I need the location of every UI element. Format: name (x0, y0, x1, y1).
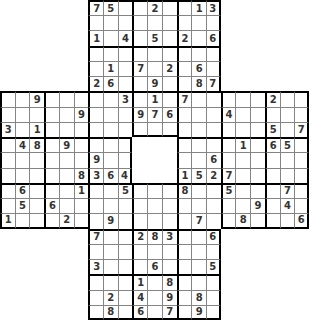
given-digit-r13c2[interactable]: 6 (15, 183, 30, 198)
given-digit-r16c7[interactable]: 7 (88, 229, 103, 244)
given-digit-r19c12[interactable]: 8 (162, 274, 177, 289)
cell-r10c13[interactable] (177, 137, 192, 152)
given-digit-r13c6[interactable]: 1 (74, 183, 89, 198)
cell-r11c6[interactable] (74, 152, 89, 167)
cell-r7c7[interactable] (88, 91, 103, 106)
cell-r7c5[interactable] (59, 91, 74, 106)
given-digit-r7c11[interactable]: 1 (147, 91, 162, 106)
cell-r8c21[interactable] (294, 107, 309, 122)
cell-r21c9[interactable] (118, 305, 133, 320)
cell-r13c12[interactable] (162, 183, 177, 198)
cell-r14c1[interactable] (0, 198, 15, 213)
given-digit-r18c7[interactable]: 3 (88, 259, 103, 274)
cell-r12c1[interactable] (0, 168, 15, 183)
cell-r12c20[interactable] (280, 168, 295, 183)
cell-r17c10[interactable] (132, 244, 147, 259)
cell-r9c15[interactable] (206, 122, 221, 137)
cell-r13c1[interactable] (0, 183, 15, 198)
cell-r2c17 (235, 15, 250, 30)
given-digit-r1c14[interactable]: 1 (191, 0, 206, 15)
given-digit-r11c15[interactable]: 6 (206, 152, 221, 167)
cell-r12c4[interactable] (44, 168, 59, 183)
cell-r15c12[interactable] (162, 213, 177, 228)
cell-r18c9[interactable] (118, 259, 133, 274)
cell-r7c2[interactable] (15, 91, 30, 106)
cell-r9c5[interactable] (59, 122, 74, 137)
cell-r17c7[interactable] (88, 244, 103, 259)
cell-r14c13[interactable] (177, 198, 192, 213)
cell-r13c8[interactable] (103, 183, 118, 198)
cell-r21c19 (265, 305, 280, 320)
cell-r11c18[interactable] (250, 152, 265, 167)
cell-r17c8[interactable] (103, 244, 118, 259)
cell-r20c4 (44, 290, 59, 305)
cell-r20c9[interactable] (118, 290, 133, 305)
cell-r14c10[interactable] (132, 198, 147, 213)
cell-r18c8[interactable] (103, 259, 118, 274)
cell-r9c11[interactable] (147, 122, 162, 137)
given-digit-r13c9[interactable]: 5 (118, 183, 133, 198)
given-digit-r5c14[interactable]: 6 (191, 61, 206, 76)
cell-r16c9[interactable] (118, 229, 133, 244)
cell-r14c6[interactable] (74, 198, 89, 213)
cell-r7c8[interactable] (103, 91, 118, 106)
cell-r7c20[interactable] (280, 91, 295, 106)
given-digit-r21c8[interactable]: 8 (103, 305, 118, 320)
cell-r11c20[interactable] (280, 152, 295, 167)
cell-r21c11[interactable] (147, 305, 162, 320)
given-digit-r9c1[interactable]: 3 (0, 122, 15, 137)
cell-r17c13[interactable] (177, 244, 192, 259)
cell-r12c21[interactable] (294, 168, 309, 183)
cell-r14c16[interactable] (221, 198, 236, 213)
given-digit-r20c8[interactable]: 2 (103, 290, 118, 305)
cell-r9c10[interactable] (132, 122, 147, 137)
cell-r6c10[interactable] (132, 76, 147, 91)
cell-r15c15[interactable] (206, 213, 221, 228)
cell-r13c11[interactable] (147, 183, 162, 198)
cell-r15c6[interactable] (74, 213, 89, 228)
cell-r19c15[interactable] (206, 274, 221, 289)
cell-r11c5[interactable] (59, 152, 74, 167)
cell-r7c17[interactable] (235, 91, 250, 106)
given-digit-r13c16[interactable]: 5 (221, 183, 236, 198)
cell-r19c13[interactable] (177, 274, 192, 289)
cell-r9c6[interactable] (74, 122, 89, 137)
given-digit-r6c8[interactable]: 6 (103, 76, 118, 91)
cell-r10c14[interactable] (191, 137, 206, 152)
cell-r8c4[interactable] (44, 107, 59, 122)
given-digit-r8c12[interactable]: 6 (162, 107, 177, 122)
cell-r9c2[interactable] (15, 122, 30, 137)
given-digit-r10c19[interactable]: 6 (265, 137, 280, 152)
given-digit-r15c14[interactable]: 7 (191, 213, 206, 228)
cell-r16c8[interactable] (103, 229, 118, 244)
given-digit-r12c6[interactable]: 8 (74, 168, 89, 183)
cell-r11c14[interactable] (191, 152, 206, 167)
cell-r3c12[interactable] (162, 30, 177, 45)
cell-r18c13[interactable] (177, 259, 192, 274)
given-digit-r1c7[interactable]: 7 (88, 0, 103, 15)
cell-r13c3[interactable] (29, 183, 44, 198)
given-digit-r15c21[interactable]: 6 (294, 213, 309, 228)
cell-r15c4[interactable] (44, 213, 59, 228)
given-digit-r12c14[interactable]: 5 (191, 168, 206, 183)
cell-r12c19[interactable] (265, 168, 280, 183)
cell-r7c1[interactable] (0, 91, 15, 106)
cell-r10c18[interactable] (250, 137, 265, 152)
cell-r8c13[interactable] (177, 107, 192, 122)
given-digit-r15c1[interactable]: 1 (0, 213, 15, 228)
cell-r2c9[interactable] (118, 15, 133, 30)
cell-r12c3[interactable] (29, 168, 44, 183)
given-digit-r5c10[interactable]: 7 (132, 61, 147, 76)
cell-r8c17[interactable] (235, 107, 250, 122)
cell-r20c15[interactable] (206, 290, 221, 305)
given-digit-r21c12[interactable]: 7 (162, 305, 177, 320)
cell-r11c19[interactable] (265, 152, 280, 167)
cell-r14c21[interactable] (294, 198, 309, 213)
given-digit-r6c7[interactable]: 2 (88, 76, 103, 91)
cell-r15c20[interactable] (280, 213, 295, 228)
cell-r14c3[interactable] (29, 198, 44, 213)
given-digit-r8c10[interactable]: 9 (132, 107, 147, 122)
cell-r15c2[interactable] (15, 213, 30, 228)
cell-r9c7[interactable] (88, 122, 103, 137)
cell-r7c6[interactable] (74, 91, 89, 106)
given-digit-r5c12[interactable]: 2 (162, 61, 177, 76)
cell-r7c14[interactable] (191, 91, 206, 106)
given-digit-r7c13[interactable]: 7 (177, 91, 192, 106)
cell-r17c9[interactable] (118, 244, 133, 259)
cell-r9c8[interactable] (103, 122, 118, 137)
cell-r7c10[interactable] (132, 91, 147, 106)
given-digit-r1c15[interactable]: 3 (206, 0, 221, 15)
given-digit-r18c11[interactable]: 6 (147, 259, 162, 274)
given-digit-r10c5[interactable]: 9 (59, 137, 74, 152)
cell-r5c7[interactable] (88, 61, 103, 76)
cell-r14c17[interactable] (235, 198, 250, 213)
cell-r17c14[interactable] (191, 244, 206, 259)
cell-r9c12[interactable] (162, 122, 177, 137)
cell-r10c7[interactable] (88, 137, 103, 152)
given-digit-r10c3[interactable]: 8 (29, 137, 44, 152)
cell-r8c18[interactable] (250, 107, 265, 122)
cell-r4c7[interactable] (88, 46, 103, 61)
cell-r9c18[interactable] (250, 122, 265, 137)
cell-r1c12[interactable] (162, 0, 177, 15)
given-digit-r12c9[interactable]: 4 (118, 168, 133, 183)
cell-r14c19[interactable] (265, 198, 280, 213)
given-digit-r12c7[interactable]: 3 (88, 168, 103, 183)
cell-r18c10[interactable] (132, 259, 147, 274)
cell-r20c11[interactable] (147, 290, 162, 305)
given-digit-r16c12[interactable]: 3 (162, 229, 177, 244)
given-digit-r10c2[interactable]: 4 (15, 137, 30, 152)
cell-r11c8[interactable] (103, 152, 118, 167)
cell-r14c9[interactable] (118, 198, 133, 213)
given-digit-r1c11[interactable]: 2 (147, 0, 162, 15)
cell-r10c4[interactable] (44, 137, 59, 152)
given-digit-r14c4[interactable]: 6 (44, 198, 59, 213)
given-digit-r10c20[interactable]: 5 (280, 137, 295, 152)
cell-r13c14[interactable] (191, 183, 206, 198)
cell-r18c18 (250, 259, 265, 274)
cell-r11c21[interactable] (294, 152, 309, 167)
cell-r21c15[interactable] (206, 305, 221, 320)
cell-r2c12[interactable] (162, 15, 177, 30)
given-digit-r14c2[interactable]: 5 (15, 198, 30, 213)
given-digit-r15c17[interactable]: 8 (235, 213, 250, 228)
cell-r4c8[interactable] (103, 46, 118, 61)
cell-r19c9[interactable] (118, 274, 133, 289)
cell-r8c20[interactable] (280, 107, 295, 122)
cell-r13c21[interactable] (294, 183, 309, 198)
given-digit-r12c15[interactable]: 2 (206, 168, 221, 183)
given-digit-r13c13[interactable]: 8 (177, 183, 192, 198)
cell-r3c14[interactable] (191, 30, 206, 45)
cell-r10c1[interactable] (0, 137, 15, 152)
cell-r11c16[interactable] (221, 152, 236, 167)
given-digit-r18c15[interactable]: 5 (206, 259, 221, 274)
given-digit-r12c13[interactable]: 1 (177, 168, 192, 183)
cell-r9c14[interactable] (191, 122, 206, 137)
cell-r6c20 (280, 76, 295, 91)
cell-r10c8[interactable] (103, 137, 118, 152)
cell-r7c4[interactable] (44, 91, 59, 106)
given-digit-r6c15[interactable]: 7 (206, 76, 221, 91)
cell-r8c1[interactable] (0, 107, 15, 122)
cell-r1c13[interactable] (177, 0, 192, 15)
given-digit-r7c19[interactable]: 2 (265, 91, 280, 106)
cell-r16c1 (0, 229, 15, 244)
cell-r21c7[interactable] (88, 305, 103, 320)
cell-r14c14[interactable] (191, 198, 206, 213)
cell-r11c3[interactable] (29, 152, 44, 167)
cell-r5c11[interactable] (147, 61, 162, 76)
cell-r9c20[interactable] (280, 122, 295, 137)
given-digit-r19c10[interactable]: 1 (132, 274, 147, 289)
cell-r19c4 (44, 274, 59, 289)
cell-r8c15[interactable] (206, 107, 221, 122)
given-digit-r5c8[interactable]: 1 (103, 61, 118, 76)
cell-r17c15[interactable] (206, 244, 221, 259)
cell-r6c9[interactable] (118, 76, 133, 91)
cell-r13c10[interactable] (132, 183, 147, 198)
cell-r8c5[interactable] (59, 107, 74, 122)
cell-r19c7[interactable] (88, 274, 103, 289)
cell-r14c12[interactable] (162, 198, 177, 213)
cell-r2c8[interactable] (103, 15, 118, 30)
cell-r10c21[interactable] (294, 137, 309, 152)
cell-r8c2[interactable] (15, 107, 30, 122)
cell-r13c18[interactable] (250, 183, 265, 198)
given-digit-r12c8[interactable]: 6 (103, 168, 118, 183)
cell-r14c15[interactable] (206, 198, 221, 213)
cell-r8c7[interactable] (88, 107, 103, 122)
cell-r5c18 (250, 61, 265, 76)
cell-r1c10[interactable] (132, 0, 147, 15)
cell-r9c9[interactable] (118, 122, 133, 137)
given-digit-r3c13[interactable]: 2 (177, 30, 192, 45)
cell-r2c16 (221, 15, 236, 30)
cell-r16c14[interactable] (191, 229, 206, 244)
cell-r4c11[interactable] (147, 46, 162, 61)
cell-r5c9[interactable] (118, 61, 133, 76)
cell-r8c19[interactable] (265, 107, 280, 122)
cell-r13c15[interactable] (206, 183, 221, 198)
given-digit-r3c7[interactable]: 1 (88, 30, 103, 45)
cell-r14c8[interactable] (103, 198, 118, 213)
given-digit-r20c14[interactable]: 8 (191, 290, 206, 305)
cell-r2c7[interactable] (88, 15, 103, 30)
cell-r11c2[interactable] (15, 152, 30, 167)
cell-r9c16[interactable] (221, 122, 236, 137)
cell-r11c4[interactable] (44, 152, 59, 167)
cell-r21c13[interactable] (177, 305, 192, 320)
cell-r7c18[interactable] (250, 91, 265, 106)
cell-r2c13[interactable] (177, 15, 192, 30)
given-digit-r14c18[interactable]: 9 (250, 198, 265, 213)
cell-r11c13[interactable] (177, 152, 192, 167)
cell-r2c11[interactable] (147, 15, 162, 30)
cell-r15c16[interactable] (221, 213, 236, 228)
cell-r9c17[interactable] (235, 122, 250, 137)
cell-r12c2[interactable] (15, 168, 30, 183)
given-digit-r15c5[interactable]: 2 (59, 213, 74, 228)
cell-r5c13[interactable] (177, 61, 192, 76)
cell-r17c11[interactable] (147, 244, 162, 259)
cell-r12c5[interactable] (59, 168, 74, 183)
cell-r16c13[interactable] (177, 229, 192, 244)
cell-r4c14[interactable] (191, 46, 206, 61)
given-digit-r8c11[interactable]: 7 (147, 107, 162, 122)
given-digit-r1c8[interactable]: 5 (103, 0, 118, 15)
cell-r8c9[interactable] (118, 107, 133, 122)
cell-r8c3[interactable] (29, 107, 44, 122)
given-digit-r7c3[interactable]: 9 (29, 91, 44, 106)
given-digit-r16c10[interactable]: 2 (132, 229, 147, 244)
cell-r4c9[interactable] (118, 46, 133, 61)
given-digit-r3c9[interactable]: 4 (118, 30, 133, 45)
cell-r2c15[interactable] (206, 15, 221, 30)
cell-r10c15[interactable] (206, 137, 221, 152)
cell-r9c4[interactable] (44, 122, 59, 137)
cell-r10c9[interactable] (118, 137, 133, 152)
given-digit-r11c7[interactable]: 9 (88, 152, 103, 167)
cell-r19c14[interactable] (191, 274, 206, 289)
given-digit-r12c16[interactable]: 7 (221, 168, 236, 183)
cell-r8c14[interactable] (191, 107, 206, 122)
given-digit-r20c12[interactable]: 9 (162, 290, 177, 305)
cell-r12c18[interactable] (250, 168, 265, 183)
cell-r3c10[interactable] (132, 30, 147, 45)
cell-r14c11[interactable] (147, 198, 162, 213)
given-digit-r21c14[interactable]: 9 (191, 305, 206, 320)
cell-r17c12[interactable] (162, 244, 177, 259)
cell-r8c8[interactable] (103, 107, 118, 122)
given-digit-r14c20[interactable]: 4 (280, 198, 295, 213)
cell-r11c17[interactable] (235, 152, 250, 167)
cell-r15c13[interactable] (177, 213, 192, 228)
given-digit-r8c16[interactable]: 4 (221, 107, 236, 122)
cell-r18c14[interactable] (191, 259, 206, 274)
cell-r15c3[interactable] (29, 213, 44, 228)
cell-r4c10[interactable] (132, 46, 147, 61)
given-digit-r8c6[interactable]: 9 (74, 107, 89, 122)
cell-r7c12[interactable] (162, 91, 177, 106)
given-digit-r3c11[interactable]: 5 (147, 30, 162, 45)
cell-r7c16[interactable] (221, 91, 236, 106)
given-digit-r10c17[interactable]: 1 (235, 137, 250, 152)
cell-r19c8[interactable] (103, 274, 118, 289)
cell-r13c17[interactable] (235, 183, 250, 198)
cell-r14c7[interactable] (88, 198, 103, 213)
cell-r5c15[interactable] (206, 61, 221, 76)
cell-r19c11[interactable] (147, 274, 162, 289)
cell-r15c10[interactable] (132, 213, 147, 228)
cell-r2c10[interactable] (132, 15, 147, 30)
given-digit-r21c10[interactable]: 6 (132, 305, 147, 320)
cell-r3c8[interactable] (103, 30, 118, 45)
cell-r6c13[interactable] (177, 76, 192, 91)
cell-r15c19[interactable] (265, 213, 280, 228)
cell-r4c15[interactable] (206, 46, 221, 61)
cell-r13c5[interactable] (59, 183, 74, 198)
given-digit-r6c11[interactable]: 9 (147, 76, 162, 91)
cell-r20c7[interactable] (88, 290, 103, 305)
given-digit-r9c19[interactable]: 5 (265, 122, 280, 137)
cell-r15c18[interactable] (250, 213, 265, 228)
cell-r4c20 (280, 46, 295, 61)
cell-r12c17[interactable] (235, 168, 250, 183)
cell-r2c14[interactable] (191, 15, 206, 30)
cell-r14c5[interactable] (59, 198, 74, 213)
cell-r15c11[interactable] (147, 213, 162, 228)
cell-r13c4[interactable] (44, 183, 59, 198)
cell-r4c12[interactable] (162, 46, 177, 61)
cell-r11c9[interactable] (118, 152, 133, 167)
cell-r4c6 (74, 46, 89, 61)
given-digit-r3c15[interactable]: 6 (206, 30, 221, 45)
given-digit-r20c10[interactable]: 4 (132, 290, 147, 305)
given-digit-r9c3[interactable]: 1 (29, 122, 44, 137)
cell-r15c7[interactable] (88, 213, 103, 228)
cell-r3c6 (74, 30, 89, 45)
cell-r13c7[interactable] (88, 183, 103, 198)
given-digit-r6c14[interactable]: 8 (191, 76, 206, 91)
given-digit-r16c11[interactable]: 8 (147, 229, 162, 244)
cell-r1c9[interactable] (118, 0, 133, 15)
cell-r18c12[interactable] (162, 259, 177, 274)
cell-r9c13[interactable] (177, 122, 192, 137)
given-digit-r13c20[interactable]: 7 (280, 183, 295, 198)
cell-r15c9[interactable] (118, 213, 133, 228)
cell-r10c16[interactable] (221, 137, 236, 152)
cell-r6c12[interactable] (162, 76, 177, 91)
cell-r11c1[interactable] (0, 152, 15, 167)
cell-r13c19[interactable] (265, 183, 280, 198)
cell-r10c6[interactable] (74, 137, 89, 152)
given-digit-r7c9[interactable]: 3 (118, 91, 133, 106)
given-digit-r9c21[interactable]: 7 (294, 122, 309, 137)
given-digit-r15c8[interactable]: 9 (103, 213, 118, 228)
given-digit-r16c15[interactable]: 6 (206, 229, 221, 244)
cell-r7c21[interactable] (294, 91, 309, 106)
cell-r4c13[interactable] (177, 46, 192, 61)
cell-r7c15[interactable] (206, 91, 221, 106)
cell-r20c13[interactable] (177, 290, 192, 305)
